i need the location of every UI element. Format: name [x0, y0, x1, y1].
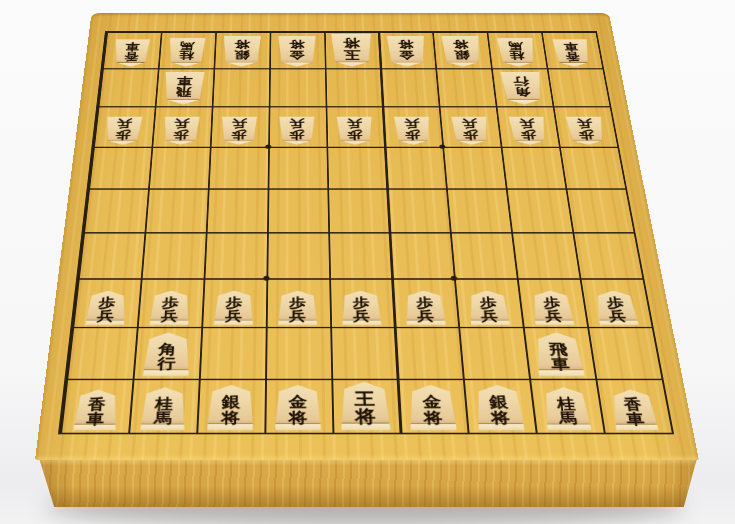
square-9i[interactable]: 香車 — [60, 379, 132, 433]
square-9e[interactable] — [83, 188, 148, 232]
piece-gote-knight[interactable]: 桂馬 — [168, 38, 206, 67]
piece-sente-pawn[interactable]: 歩兵 — [594, 291, 639, 325]
piece-kanji: 歩兵 — [163, 116, 200, 144]
piece-gote-pawn[interactable]: 歩兵 — [451, 116, 489, 144]
square-8i[interactable]: 桂馬 — [128, 379, 199, 433]
piece-kanji: 角行 — [143, 333, 191, 377]
square-8a[interactable]: 桂馬 — [158, 32, 215, 68]
square-6a[interactable]: 金将 — [269, 32, 325, 68]
piece-gote-bishop[interactable]: 角行 — [500, 72, 544, 104]
square-2g[interactable]: 歩兵 — [517, 279, 587, 328]
piece-sente-lance[interactable]: 香車 — [610, 390, 659, 431]
piece-kanji: 香車 — [73, 390, 119, 431]
piece-sente-silver[interactable]: 銀将 — [207, 385, 254, 430]
piece-kanji: 歩兵 — [221, 116, 257, 144]
piece-kanji: 金将 — [275, 385, 321, 430]
square-2i[interactable]: 桂馬 — [529, 379, 604, 433]
piece-kanji: 銀将 — [474, 385, 525, 430]
square-8g[interactable]: 歩兵 — [137, 279, 204, 328]
piece-kanji: 金将 — [278, 36, 316, 66]
piece-sente-pawn[interactable]: 歩兵 — [468, 291, 510, 325]
square-2a[interactable]: 桂馬 — [487, 32, 547, 68]
square-5b[interactable] — [325, 68, 383, 106]
piece-gote-pawn[interactable]: 歩兵 — [508, 116, 547, 144]
piece-kanji: 銀将 — [222, 36, 260, 66]
piece-gote-silver[interactable]: 銀将 — [441, 36, 482, 66]
piece-gote-pawn[interactable]: 歩兵 — [565, 116, 605, 144]
piece-kanji: 歩兵 — [565, 116, 605, 144]
square-4f[interactable] — [389, 232, 454, 278]
piece-sente-knight[interactable]: 桂馬 — [542, 387, 592, 430]
square-3b[interactable] — [436, 68, 496, 106]
square-1f[interactable] — [572, 232, 642, 278]
piece-sente-rook[interactable]: 飛車 — [533, 333, 585, 377]
square-7b[interactable] — [212, 68, 269, 106]
square-4d[interactable] — [384, 146, 446, 188]
square-1d[interactable] — [559, 146, 625, 188]
piece-kanji: 歩兵 — [594, 291, 639, 325]
square-8d[interactable] — [148, 146, 210, 188]
board-grid: 香車桂馬銀将金将玉将金将銀将桂馬香車飛車角行歩兵歩兵歩兵歩兵歩兵歩兵歩兵歩兵歩兵… — [58, 31, 674, 434]
piece-kanji: 歩兵 — [214, 291, 254, 325]
piece-kanji: 香車 — [113, 40, 150, 67]
piece-sente-knight[interactable]: 桂馬 — [140, 387, 187, 430]
square-6e[interactable] — [267, 188, 328, 232]
shogi-board-surface: 香車桂馬銀将金将玉将金将銀将桂馬香車飛車角行歩兵歩兵歩兵歩兵歩兵歩兵歩兵歩兵歩兵… — [35, 13, 699, 460]
piece-gote-rook[interactable]: 飛車 — [163, 72, 204, 104]
square-5d[interactable] — [326, 146, 387, 188]
piece-kanji: 桂馬 — [542, 387, 592, 430]
square-5g[interactable]: 歩兵 — [329, 279, 394, 328]
piece-kanji: 香車 — [610, 390, 659, 431]
piece-sente-pawn[interactable]: 歩兵 — [214, 291, 254, 325]
piece-kanji: 香車 — [553, 40, 592, 67]
square-6h[interactable] — [265, 327, 331, 378]
piece-gote-gold[interactable]: 金将 — [387, 36, 427, 66]
square-3g[interactable]: 歩兵 — [454, 279, 523, 328]
piece-sente-gold[interactable]: 金将 — [275, 385, 321, 430]
square-9d[interactable] — [88, 146, 151, 188]
piece-gote-knight[interactable]: 桂馬 — [497, 38, 537, 67]
page-background: 香車桂馬銀将金将玉将金将銀将桂馬香車飛車角行歩兵歩兵歩兵歩兵歩兵歩兵歩兵歩兵歩兵… — [0, 0, 735, 524]
square-7a[interactable]: 銀将 — [213, 32, 269, 68]
piece-kanji: 飛車 — [533, 333, 585, 377]
piece-sente-pawn[interactable]: 歩兵 — [278, 291, 317, 325]
square-4b[interactable] — [380, 68, 439, 106]
square-7f[interactable] — [203, 232, 266, 278]
piece-sente-gold[interactable]: 金将 — [408, 385, 457, 430]
square-2c[interactable]: 歩兵 — [496, 107, 559, 147]
piece-kanji: 桂馬 — [140, 387, 187, 430]
square-1c[interactable]: 歩兵 — [553, 107, 617, 147]
piece-kanji: 歩兵 — [341, 291, 381, 325]
piece-kanji: 歩兵 — [149, 291, 190, 325]
square-3h[interactable] — [459, 327, 530, 378]
piece-gote-pawn[interactable]: 歩兵 — [279, 116, 314, 144]
piece-gote-pawn[interactable]: 歩兵 — [221, 116, 257, 144]
square-1b[interactable] — [547, 68, 610, 106]
square-9f[interactable] — [78, 232, 144, 278]
piece-gote-lance[interactable]: 香車 — [113, 40, 150, 67]
square-3e[interactable] — [446, 188, 511, 232]
piece-kanji: 角行 — [500, 72, 544, 104]
piece-sente-silver[interactable]: 銀将 — [474, 385, 525, 430]
piece-gote-pawn[interactable]: 歩兵 — [163, 116, 200, 144]
square-6i[interactable]: 金将 — [264, 379, 332, 433]
square-5i[interactable]: 王将 — [331, 379, 400, 433]
square-2d[interactable] — [501, 146, 566, 188]
square-8e[interactable] — [144, 188, 207, 232]
piece-kanji: 歩兵 — [105, 116, 143, 144]
piece-sente-king[interactable]: 王将 — [340, 382, 390, 430]
piece-sente-pawn[interactable]: 歩兵 — [531, 291, 575, 325]
piece-kanji: 歩兵 — [85, 291, 127, 325]
piece-kanji: 飛車 — [163, 72, 204, 104]
square-4g[interactable]: 歩兵 — [392, 279, 459, 328]
square-4a[interactable]: 金将 — [378, 32, 436, 68]
square-8h[interactable]: 角行 — [133, 327, 202, 378]
square-5f[interactable] — [328, 232, 392, 278]
square-4i[interactable]: 金将 — [397, 379, 468, 433]
square-3i[interactable]: 銀将 — [463, 379, 536, 433]
square-6b[interactable] — [268, 68, 325, 106]
piece-gote-pawn[interactable]: 歩兵 — [105, 116, 143, 144]
piece-kanji: 銀将 — [207, 385, 254, 430]
square-4c[interactable]: 歩兵 — [382, 107, 442, 147]
piece-gote-pawn[interactable]: 歩兵 — [394, 116, 431, 144]
square-6c[interactable]: 歩兵 — [268, 107, 326, 147]
piece-kanji: 歩兵 — [508, 116, 547, 144]
piece-sente-pawn[interactable]: 歩兵 — [405, 291, 446, 325]
square-3f[interactable] — [450, 232, 517, 278]
square-7e[interactable] — [206, 188, 268, 232]
piece-kanji: 歩兵 — [337, 116, 373, 144]
square-1g[interactable]: 歩兵 — [580, 279, 652, 328]
piece-kanji: 歩兵 — [451, 116, 489, 144]
square-1h[interactable] — [587, 327, 661, 378]
square-5h[interactable] — [330, 327, 397, 378]
square-9h[interactable] — [66, 327, 136, 378]
piece-sente-pawn[interactable]: 歩兵 — [149, 291, 190, 325]
square-3a[interactable]: 銀将 — [432, 32, 491, 68]
square-8f[interactable] — [141, 232, 206, 278]
square-2h[interactable]: 飛車 — [523, 327, 595, 378]
piece-kanji: 歩兵 — [468, 291, 510, 325]
piece-sente-bishop[interactable]: 角行 — [143, 333, 191, 377]
piece-gote-king[interactable]: 玉将 — [331, 34, 372, 67]
piece-sente-pawn[interactable]: 歩兵 — [341, 291, 381, 325]
square-2f[interactable] — [511, 232, 579, 278]
square-2b[interactable]: 角行 — [491, 68, 553, 106]
square-9a[interactable]: 香車 — [102, 32, 161, 68]
board-front-face — [35, 458, 699, 507]
piece-kanji: 銀将 — [441, 36, 482, 66]
piece-kanji: 王将 — [340, 382, 390, 430]
square-3c[interactable]: 歩兵 — [439, 107, 501, 147]
square-7c[interactable]: 歩兵 — [210, 107, 269, 147]
square-4e[interactable] — [387, 188, 451, 232]
piece-gote-pawn[interactable]: 歩兵 — [337, 116, 373, 144]
piece-gote-gold[interactable]: 金将 — [278, 36, 316, 66]
square-2e[interactable] — [506, 188, 573, 232]
piece-kanji: 桂馬 — [168, 38, 206, 67]
square-7i[interactable]: 銀将 — [196, 379, 265, 433]
square-6d[interactable] — [267, 146, 327, 188]
square-6f[interactable] — [266, 232, 329, 278]
piece-kanji: 金将 — [408, 385, 457, 430]
square-8b[interactable]: 飛車 — [155, 68, 214, 106]
piece-kanji: 歩兵 — [405, 291, 446, 325]
square-9c[interactable]: 歩兵 — [93, 107, 154, 147]
square-8c[interactable]: 歩兵 — [151, 107, 211, 147]
piece-kanji: 玉将 — [331, 34, 372, 67]
square-5a[interactable]: 玉将 — [324, 32, 380, 68]
square-5c[interactable]: 歩兵 — [325, 107, 384, 147]
piece-kanji: 歩兵 — [278, 291, 317, 325]
square-4h[interactable] — [394, 327, 463, 378]
square-1e[interactable] — [566, 188, 634, 232]
piece-gote-lance[interactable]: 香車 — [553, 40, 592, 67]
square-6g[interactable]: 歩兵 — [265, 279, 329, 328]
piece-kanji: 金将 — [387, 36, 427, 66]
piece-gote-silver[interactable]: 銀将 — [222, 36, 260, 66]
square-1a[interactable]: 香車 — [541, 32, 602, 68]
square-7g[interactable]: 歩兵 — [201, 279, 266, 328]
piece-kanji: 歩兵 — [394, 116, 431, 144]
square-3d[interactable] — [443, 146, 506, 188]
square-9b[interactable] — [98, 68, 158, 106]
square-7d[interactable] — [208, 146, 268, 188]
piece-kanji: 桂馬 — [497, 38, 537, 67]
piece-sente-lance[interactable]: 香車 — [73, 390, 119, 431]
piece-kanji: 歩兵 — [279, 116, 314, 144]
piece-sente-pawn[interactable]: 歩兵 — [85, 291, 127, 325]
square-5e[interactable] — [327, 188, 389, 232]
square-1i[interactable]: 香車 — [595, 379, 671, 433]
square-9g[interactable]: 歩兵 — [72, 279, 140, 328]
square-7h[interactable] — [199, 327, 266, 378]
piece-kanji: 歩兵 — [531, 291, 575, 325]
